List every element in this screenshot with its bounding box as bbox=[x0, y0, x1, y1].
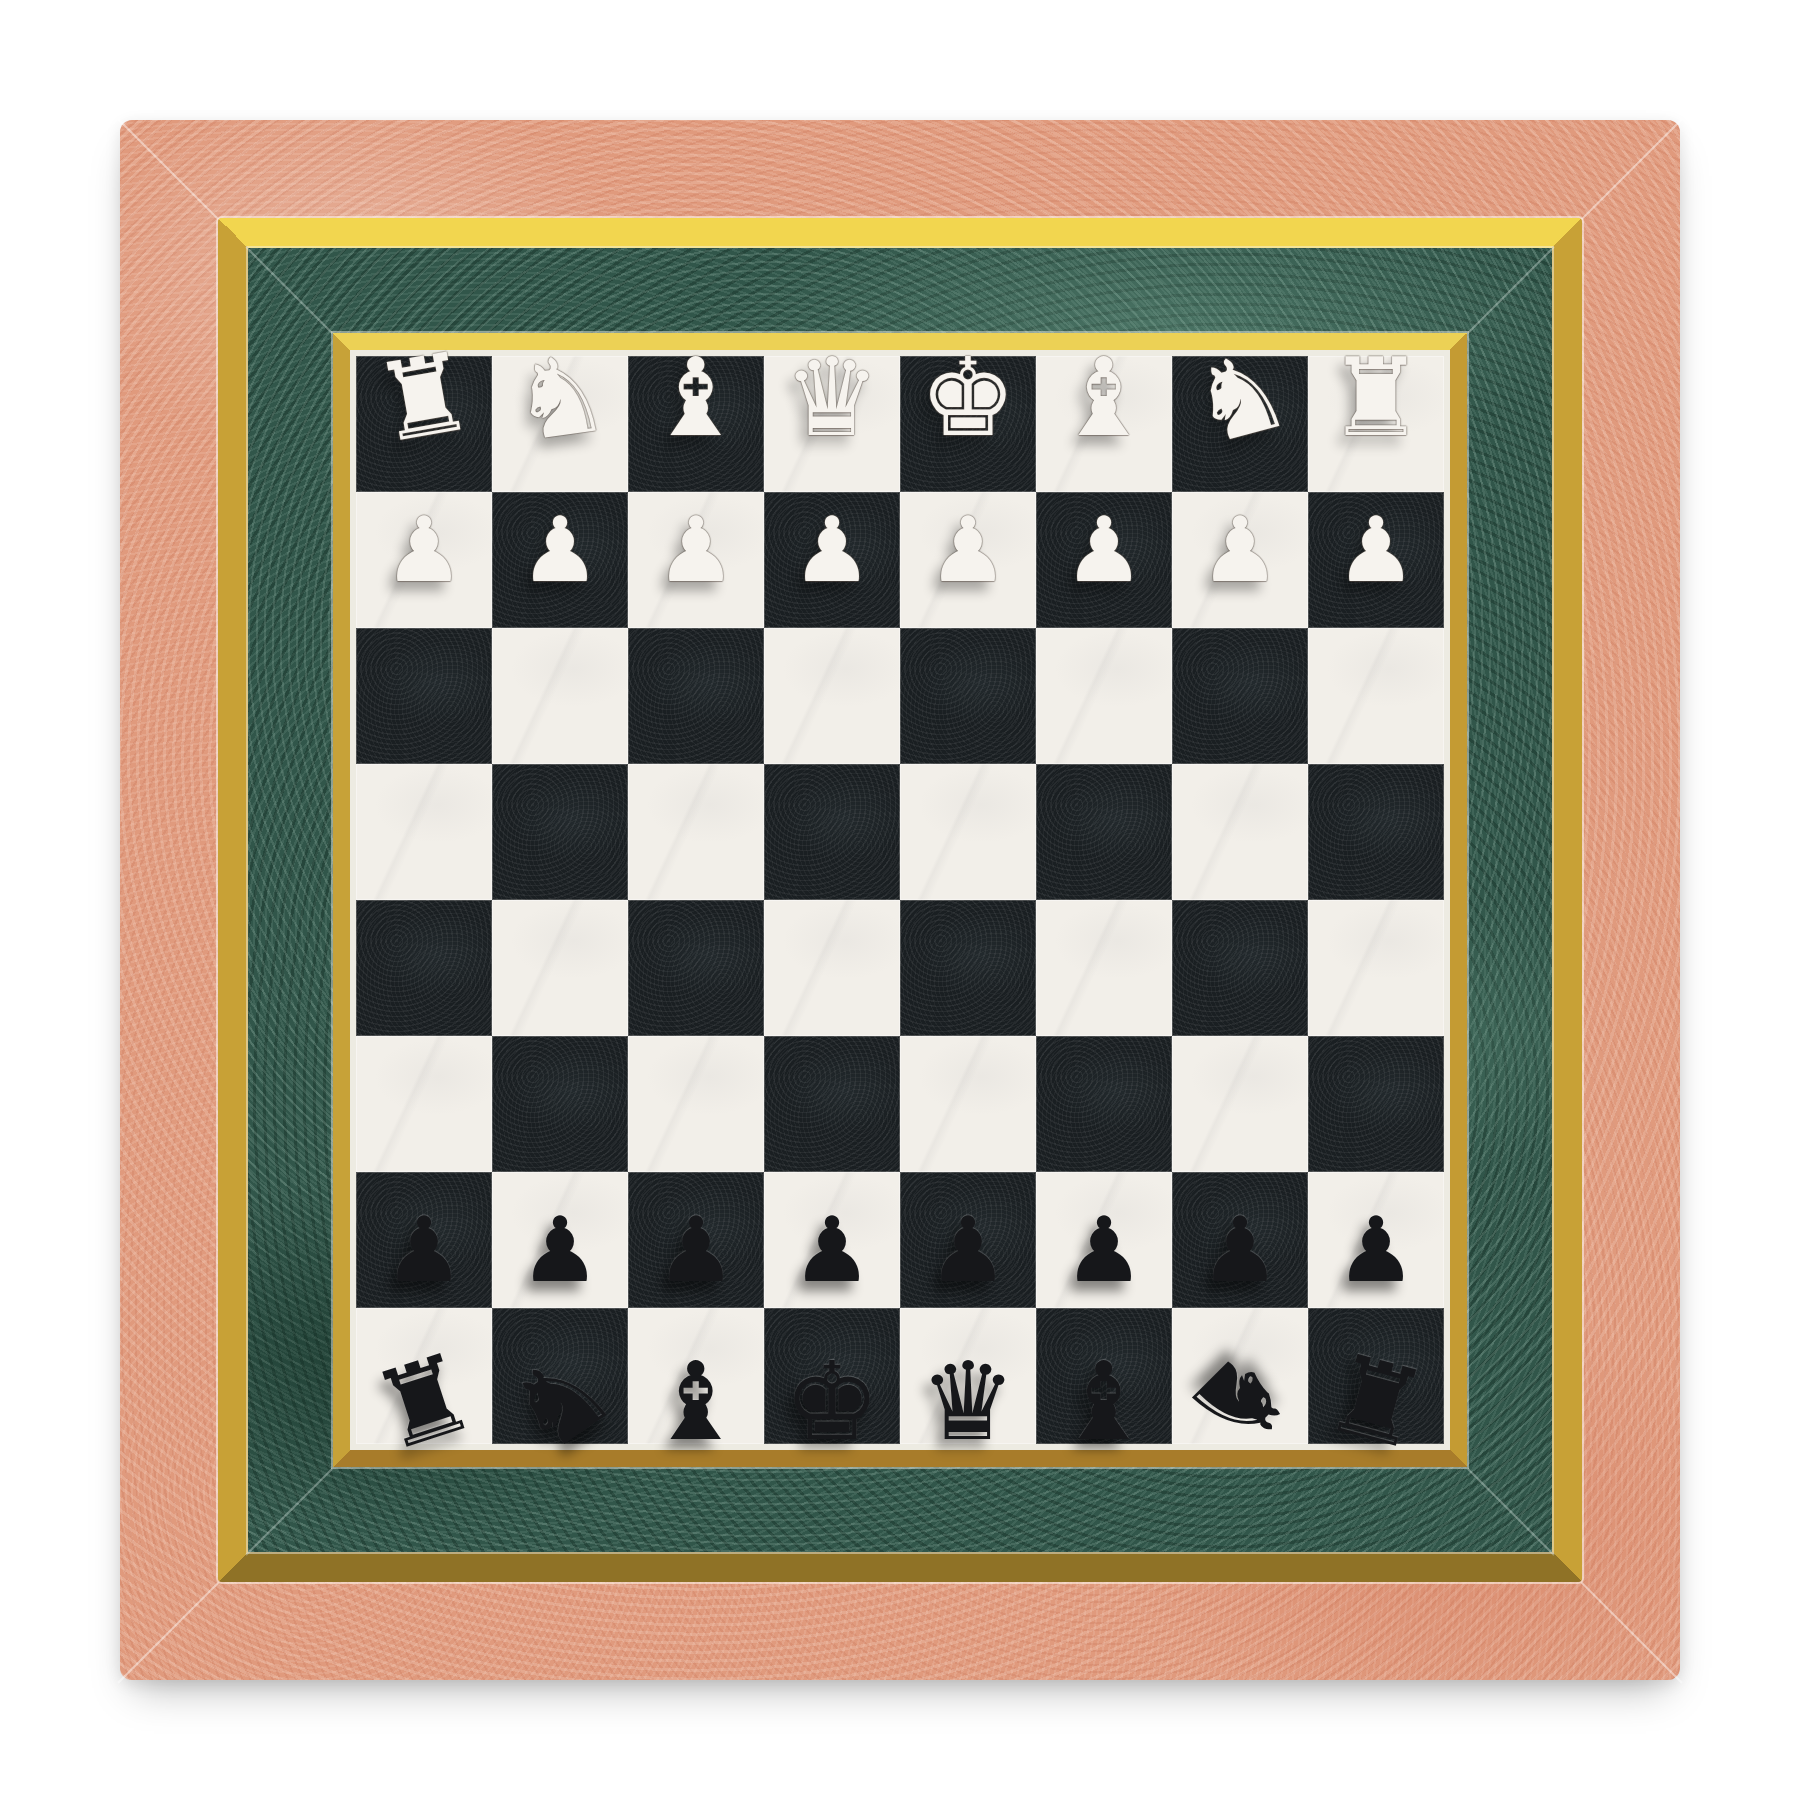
square-a7[interactable]: ♟ bbox=[1308, 1172, 1444, 1308]
piece-white-pawn[interactable]: ♟ bbox=[900, 482, 1036, 618]
square-h7[interactable]: ♟ bbox=[356, 1172, 492, 1308]
square-g5[interactable] bbox=[492, 900, 628, 1036]
square-c1[interactable]: ♝ bbox=[1036, 356, 1172, 492]
square-h5[interactable] bbox=[356, 900, 492, 1036]
square-a5[interactable] bbox=[1308, 900, 1444, 1036]
square-f4[interactable] bbox=[628, 764, 764, 900]
piece-black-pawn[interactable]: ♟ bbox=[1308, 1182, 1444, 1318]
square-c5[interactable] bbox=[1036, 900, 1172, 1036]
square-g6[interactable] bbox=[492, 1036, 628, 1172]
square-c8[interactable]: ♝ bbox=[1036, 1308, 1172, 1444]
piece-black-pawn[interactable]: ♟ bbox=[900, 1182, 1036, 1318]
square-e2[interactable]: ♟ bbox=[764, 492, 900, 628]
square-b5[interactable] bbox=[1172, 900, 1308, 1036]
square-g4[interactable] bbox=[492, 764, 628, 900]
square-h8[interactable]: ♜ bbox=[356, 1308, 492, 1444]
square-e8[interactable]: ♚ bbox=[764, 1308, 900, 1444]
square-g2[interactable]: ♟ bbox=[492, 492, 628, 628]
square-b8[interactable]: ♞ bbox=[1172, 1308, 1308, 1444]
piece-white-pawn[interactable]: ♟ bbox=[1036, 482, 1172, 618]
piece-black-pawn[interactable]: ♟ bbox=[1036, 1182, 1172, 1318]
square-f6[interactable] bbox=[628, 1036, 764, 1172]
square-b1[interactable]: ♞ bbox=[1172, 356, 1308, 492]
square-g7[interactable]: ♟ bbox=[492, 1172, 628, 1308]
square-d1[interactable]: ♚ bbox=[900, 356, 1036, 492]
piece-black-bishop[interactable]: ♝ bbox=[628, 1334, 764, 1470]
piece-white-queen[interactable]: ♛ bbox=[764, 330, 900, 466]
square-h4[interactable] bbox=[356, 764, 492, 900]
square-b6[interactable] bbox=[1172, 1036, 1308, 1172]
square-d3[interactable] bbox=[900, 628, 1036, 764]
square-d6[interactable] bbox=[900, 1036, 1036, 1172]
piece-white-knight[interactable]: ♞ bbox=[483, 321, 637, 475]
square-a8[interactable]: ♜ bbox=[1308, 1308, 1444, 1444]
square-b7[interactable]: ♟ bbox=[1172, 1172, 1308, 1308]
piece-white-pawn[interactable]: ♟ bbox=[764, 482, 900, 618]
piece-white-rook[interactable]: ♜ bbox=[345, 319, 503, 477]
square-a2[interactable]: ♟ bbox=[1308, 492, 1444, 628]
square-a6[interactable] bbox=[1308, 1036, 1444, 1172]
square-e4[interactable] bbox=[764, 764, 900, 900]
square-f8[interactable]: ♝ bbox=[628, 1308, 764, 1444]
piece-white-pawn[interactable]: ♟ bbox=[1172, 482, 1308, 618]
square-h6[interactable] bbox=[356, 1036, 492, 1172]
square-e5[interactable] bbox=[764, 900, 900, 1036]
square-f3[interactable] bbox=[628, 628, 764, 764]
square-e7[interactable]: ♟ bbox=[764, 1172, 900, 1308]
piece-black-king[interactable]: ♚ bbox=[764, 1334, 900, 1470]
piece-white-bishop[interactable]: ♝ bbox=[628, 330, 764, 466]
square-f5[interactable] bbox=[628, 900, 764, 1036]
square-d5[interactable] bbox=[900, 900, 1036, 1036]
square-b4[interactable] bbox=[1172, 764, 1308, 900]
piece-black-pawn[interactable]: ♟ bbox=[764, 1182, 900, 1318]
square-d4[interactable] bbox=[900, 764, 1036, 900]
square-h2[interactable]: ♟ bbox=[356, 492, 492, 628]
square-f2[interactable]: ♟ bbox=[628, 492, 764, 628]
square-c6[interactable] bbox=[1036, 1036, 1172, 1172]
square-h1[interactable]: ♜ bbox=[356, 356, 492, 492]
square-a4[interactable] bbox=[1308, 764, 1444, 900]
square-f1[interactable]: ♝ bbox=[628, 356, 764, 492]
square-e3[interactable] bbox=[764, 628, 900, 764]
square-g3[interactable] bbox=[492, 628, 628, 764]
square-d8[interactable]: ♛ bbox=[900, 1308, 1036, 1444]
piece-black-pawn[interactable]: ♟ bbox=[1172, 1182, 1308, 1318]
square-b3[interactable] bbox=[1172, 628, 1308, 764]
chess-board: ♜♞♝♛♚♝♞♜♟♟♟♟♟♟♟♟♟♟♟♟♟♟♟♟♜♞♝♚♛♝♞♜ bbox=[356, 356, 1444, 1444]
piece-white-pawn[interactable]: ♟ bbox=[492, 482, 628, 618]
piece-black-pawn[interactable]: ♟ bbox=[492, 1182, 628, 1318]
square-c7[interactable]: ♟ bbox=[1036, 1172, 1172, 1308]
square-g8[interactable]: ♞ bbox=[492, 1308, 628, 1444]
square-e6[interactable] bbox=[764, 1036, 900, 1172]
piece-white-pawn[interactable]: ♟ bbox=[1308, 482, 1444, 618]
square-c3[interactable] bbox=[1036, 628, 1172, 764]
square-a3[interactable] bbox=[1308, 628, 1444, 764]
piece-white-king[interactable]: ♚ bbox=[900, 330, 1036, 466]
square-a1[interactable]: ♜ bbox=[1308, 356, 1444, 492]
square-c2[interactable]: ♟ bbox=[1036, 492, 1172, 628]
piece-white-pawn[interactable]: ♟ bbox=[356, 482, 492, 618]
piece-black-pawn[interactable]: ♟ bbox=[356, 1182, 492, 1318]
square-c4[interactable] bbox=[1036, 764, 1172, 900]
square-e1[interactable]: ♛ bbox=[764, 356, 900, 492]
square-g1[interactable]: ♞ bbox=[492, 356, 628, 492]
square-f7[interactable]: ♟ bbox=[628, 1172, 764, 1308]
square-b2[interactable]: ♟ bbox=[1172, 492, 1308, 628]
piece-black-queen[interactable]: ♛ bbox=[900, 1334, 1036, 1470]
piece-white-rook[interactable]: ♜ bbox=[1308, 330, 1444, 466]
square-d2[interactable]: ♟ bbox=[900, 492, 1036, 628]
piece-black-pawn[interactable]: ♟ bbox=[628, 1182, 764, 1318]
piece-white-bishop[interactable]: ♝ bbox=[1036, 330, 1172, 466]
square-d7[interactable]: ♟ bbox=[900, 1172, 1036, 1308]
square-h3[interactable] bbox=[356, 628, 492, 764]
piece-white-pawn[interactable]: ♟ bbox=[628, 482, 764, 618]
